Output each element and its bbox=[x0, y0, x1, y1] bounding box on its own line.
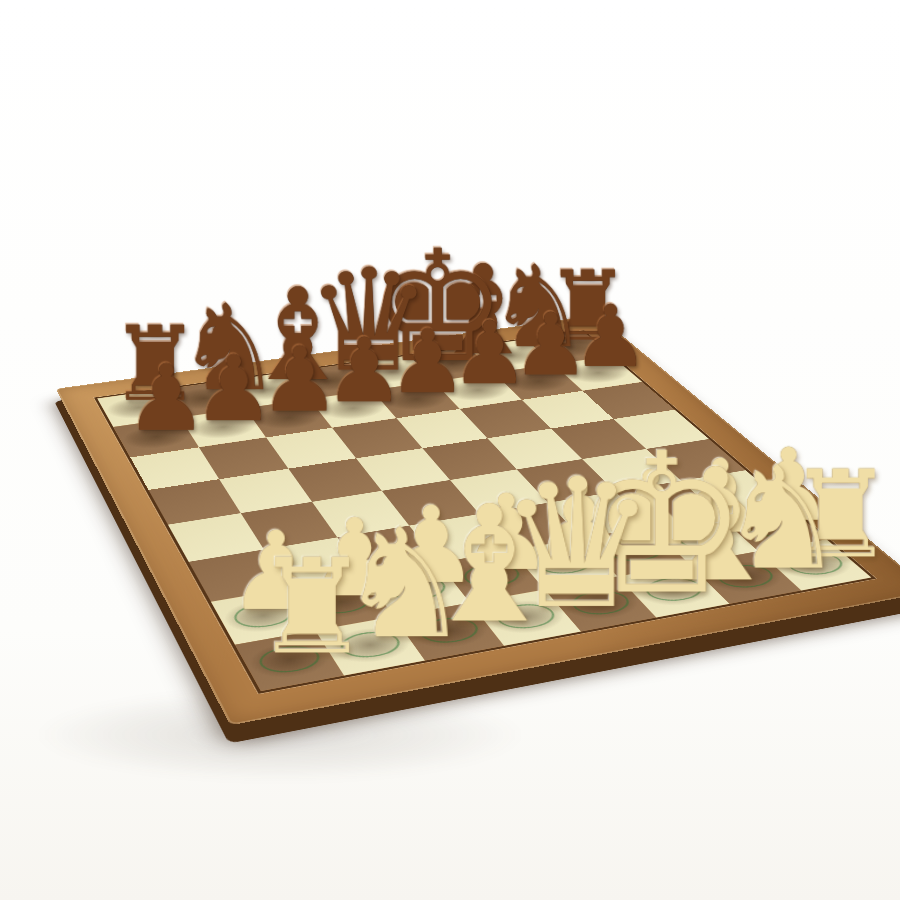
square-a7[interactable]: ♟ bbox=[113, 418, 199, 458]
board-frame: ♜♞♝♛♚♝♞♜♟♟♟♟♟♟♟♟♟♟♟♟♟♟♟♟♜♞♝♛♚♝♞♜ bbox=[56, 315, 900, 725]
piece-white-rook-a1[interactable]: ♜ bbox=[253, 541, 340, 672]
chess-set-photo: ♜♞♝♛♚♝♞♜♟♟♟♟♟♟♟♟♟♟♟♟♟♟♟♟♜♞♝♛♚♝♞♜ bbox=[0, 0, 900, 900]
board-3d-group: ♜♞♝♛♚♝♞♜♟♟♟♟♟♟♟♟♟♟♟♟♟♟♟♟♜♞♝♛♚♝♞♜ bbox=[56, 315, 900, 725]
piece-black-pawn-a7[interactable]: ♟ bbox=[125, 353, 195, 445]
